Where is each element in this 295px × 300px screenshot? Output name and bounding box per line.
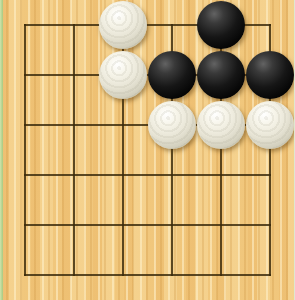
point-f6[interactable]: [246, 250, 295, 300]
point-f2[interactable]: [246, 50, 295, 100]
point-b6[interactable]: [50, 250, 99, 300]
point-d3[interactable]: [148, 100, 197, 150]
point-d2[interactable]: [148, 50, 197, 100]
stone-black[interactable]: [197, 51, 245, 99]
point-e2[interactable]: [197, 50, 246, 100]
point-c3[interactable]: [99, 100, 148, 150]
point-a3[interactable]: [1, 100, 50, 150]
point-a2[interactable]: [1, 50, 50, 100]
point-b2[interactable]: [50, 50, 99, 100]
stone-white[interactable]: [246, 101, 294, 149]
point-f1[interactable]: [246, 0, 295, 50]
stone-black[interactable]: [148, 51, 196, 99]
point-e3[interactable]: [197, 100, 246, 150]
point-c1[interactable]: [99, 0, 148, 50]
point-a5[interactable]: [1, 200, 50, 250]
point-b5[interactable]: [50, 200, 99, 250]
stone-white[interactable]: [197, 101, 245, 149]
stone-white[interactable]: [99, 51, 147, 99]
point-b4[interactable]: [50, 150, 99, 200]
point-d1[interactable]: [148, 0, 197, 50]
stone-black[interactable]: [197, 1, 245, 49]
point-e1[interactable]: [197, 0, 246, 50]
point-c5[interactable]: [99, 200, 148, 250]
point-b1[interactable]: [50, 0, 99, 50]
board-points: [1, 0, 295, 300]
point-f4[interactable]: [246, 150, 295, 200]
point-e5[interactable]: [197, 200, 246, 250]
point-b3[interactable]: [50, 100, 99, 150]
point-e4[interactable]: [197, 150, 246, 200]
stone-black[interactable]: [246, 51, 294, 99]
point-c4[interactable]: [99, 150, 148, 200]
point-f5[interactable]: [246, 200, 295, 250]
point-c2[interactable]: [99, 50, 148, 100]
point-a6[interactable]: [1, 250, 50, 300]
point-d4[interactable]: [148, 150, 197, 200]
point-a4[interactable]: [1, 150, 50, 200]
point-a1[interactable]: [1, 0, 50, 50]
stone-white[interactable]: [99, 1, 147, 49]
stone-white[interactable]: [148, 101, 196, 149]
point-d6[interactable]: [148, 250, 197, 300]
point-e6[interactable]: [197, 250, 246, 300]
go-board: [0, 0, 294, 300]
point-d5[interactable]: [148, 200, 197, 250]
point-f3[interactable]: [246, 100, 295, 150]
point-c6[interactable]: [99, 250, 148, 300]
